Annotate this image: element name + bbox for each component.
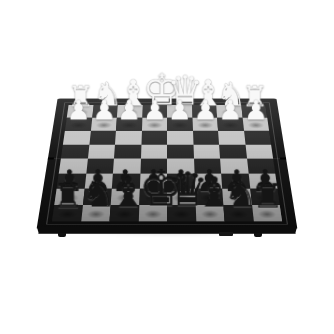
square-b3[interactable]	[218, 131, 245, 145]
black-bishop[interactable]: ♝	[195, 172, 223, 213]
square-d2[interactable]: ♟	[167, 118, 193, 131]
square-d3[interactable]	[167, 131, 193, 145]
square-d4[interactable]	[167, 144, 194, 158]
board-latch	[219, 232, 233, 236]
board-foot-left	[58, 233, 66, 237]
square-g2[interactable]: ♟	[90, 118, 116, 131]
square-a8[interactable]: ♜	[252, 205, 283, 222]
square-f2[interactable]: ♟	[116, 118, 142, 131]
white-pawn[interactable]: ♟	[192, 97, 217, 124]
black-king[interactable]: ♚	[139, 163, 167, 212]
board-grid: ♜♞♝♚♛♝♞♜♟♟♟♟♟♟♟♟♟♟♟♟♟♟♟♟♜♞♝♚♛♝♞♜	[52, 105, 282, 221]
square-h4[interactable]	[61, 144, 89, 158]
square-c3[interactable]	[193, 131, 220, 145]
square-h2[interactable]: ♟	[65, 118, 92, 131]
white-pawn[interactable]: ♟	[167, 97, 192, 124]
product-photo: ♜♞♝♚♛♝♞♜♟♟♟♟♟♟♟♟♟♟♟♟♟♟♟♟♜♞♝♚♛♝♞♜	[0, 0, 334, 334]
square-g3[interactable]	[89, 131, 116, 145]
black-bishop[interactable]: ♝	[110, 172, 138, 213]
white-pawn[interactable]: ♟	[66, 97, 91, 124]
square-f4[interactable]	[114, 144, 141, 158]
black-rook[interactable]: ♜	[252, 180, 280, 213]
black-rook[interactable]: ♜	[53, 180, 81, 213]
square-c2[interactable]: ♟	[192, 118, 218, 131]
square-f3[interactable]	[115, 131, 142, 145]
white-pawn[interactable]: ♟	[91, 97, 116, 124]
board-foot-right	[254, 233, 262, 237]
square-a2[interactable]: ♟	[242, 118, 269, 131]
square-e2[interactable]: ♟	[141, 118, 167, 131]
square-b4[interactable]	[219, 144, 247, 158]
square-c8[interactable]: ♝	[195, 205, 224, 222]
black-knight[interactable]: ♞	[224, 175, 252, 213]
white-pawn[interactable]: ♟	[218, 97, 243, 124]
square-h8[interactable]: ♜	[52, 205, 83, 222]
white-pawn[interactable]: ♟	[116, 97, 141, 124]
square-b8[interactable]: ♞	[223, 205, 253, 222]
square-b2[interactable]: ♟	[217, 118, 243, 131]
square-f8[interactable]: ♝	[109, 205, 138, 222]
square-g4[interactable]	[87, 144, 115, 158]
black-knight[interactable]: ♞	[82, 175, 110, 213]
chess-board: ♜♞♝♚♛♝♞♜♟♟♟♟♟♟♟♟♟♟♟♟♟♟♟♟♜♞♝♚♛♝♞♜	[37, 98, 298, 229]
square-e3[interactable]	[141, 131, 167, 145]
square-d8[interactable]: ♛	[167, 205, 196, 222]
square-c4[interactable]	[193, 144, 220, 158]
white-pawn[interactable]: ♟	[243, 97, 268, 124]
square-a3[interactable]	[244, 131, 271, 145]
square-g8[interactable]: ♞	[81, 205, 111, 222]
square-h3[interactable]	[63, 131, 90, 145]
square-e4[interactable]	[140, 144, 167, 158]
black-queen[interactable]: ♛	[167, 167, 195, 213]
square-e8[interactable]: ♚	[138, 205, 167, 222]
square-a4[interactable]	[245, 144, 273, 158]
white-pawn[interactable]: ♟	[142, 97, 167, 124]
